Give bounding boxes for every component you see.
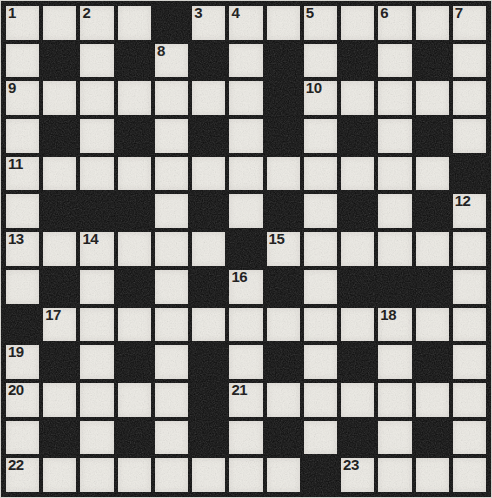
black-cell-r8c8 — [267, 270, 300, 304]
clue-number-12: 12 — [455, 193, 471, 209]
black-cell-r6c3 — [80, 194, 113, 228]
white-cell-r8c7[interactable]: 16 — [229, 270, 262, 304]
crossword-board: 1234567891011121314151617181920212223 — [0, 0, 492, 498]
white-cell-r12c7[interactable] — [229, 421, 262, 455]
black-cell-r12c12 — [416, 421, 449, 455]
clue-number-20: 20 — [8, 382, 24, 398]
white-cell-r3c10[interactable] — [341, 81, 374, 115]
white-cell-r11c5[interactable] — [155, 383, 188, 417]
white-cell-r9c12[interactable] — [416, 308, 449, 342]
white-cell-r4c3[interactable] — [80, 119, 113, 153]
clue-number-2: 2 — [82, 5, 90, 21]
black-cell-r9c1 — [6, 308, 39, 342]
white-cell-r11c1[interactable]: 20 — [6, 383, 39, 417]
black-cell-r7c7 — [229, 232, 262, 266]
black-cell-r10c8 — [267, 345, 300, 379]
white-cell-r4c5[interactable] — [155, 119, 188, 153]
black-cell-r4c2 — [43, 119, 76, 153]
white-cell-r4c7[interactable] — [229, 119, 262, 153]
white-cell-r1c3[interactable]: 2 — [80, 6, 113, 40]
white-cell-r13c13[interactable] — [453, 458, 486, 492]
black-cell-r4c8 — [267, 119, 300, 153]
white-cell-r1c6[interactable]: 3 — [192, 6, 225, 40]
black-cell-r11c6 — [192, 383, 225, 417]
white-cell-r5c12[interactable] — [416, 157, 449, 191]
clue-number-13: 13 — [8, 231, 24, 247]
white-cell-r6c1[interactable] — [6, 194, 39, 228]
black-cell-r8c12 — [416, 270, 449, 304]
black-cell-r2c6 — [192, 44, 225, 78]
black-cell-r2c2 — [43, 44, 76, 78]
black-cell-r10c6 — [192, 345, 225, 379]
white-cell-r11c9[interactable] — [304, 383, 337, 417]
white-cell-r9c13[interactable] — [453, 308, 486, 342]
white-cell-r7c9[interactable] — [304, 232, 337, 266]
white-cell-r5c8[interactable] — [267, 157, 300, 191]
black-cell-r3c8 — [267, 81, 300, 115]
black-cell-r6c8 — [267, 194, 300, 228]
black-cell-r12c8 — [267, 421, 300, 455]
white-cell-r9c3[interactable] — [80, 308, 113, 342]
black-cell-r4c12 — [416, 119, 449, 153]
white-cell-r12c1[interactable] — [6, 421, 39, 455]
white-cell-r8c13[interactable] — [453, 270, 486, 304]
clue-number-7: 7 — [455, 5, 463, 21]
clue-number-15: 15 — [269, 231, 285, 247]
clue-number-21: 21 — [231, 382, 247, 398]
white-cell-r5c11[interactable] — [378, 157, 411, 191]
black-cell-r6c6 — [192, 194, 225, 228]
white-cell-r3c5[interactable] — [155, 81, 188, 115]
white-cell-r7c2[interactable] — [43, 232, 76, 266]
white-cell-r7c4[interactable] — [118, 232, 151, 266]
white-cell-r1c9[interactable]: 5 — [304, 6, 337, 40]
clue-number-18: 18 — [380, 307, 396, 323]
white-cell-r13c11[interactable] — [378, 458, 411, 492]
white-cell-r12c9[interactable] — [304, 421, 337, 455]
white-cell-r3c7[interactable] — [229, 81, 262, 115]
black-cell-r4c6 — [192, 119, 225, 153]
white-cell-r8c1[interactable] — [6, 270, 39, 304]
clue-number-17: 17 — [45, 307, 61, 323]
crossword-page: { "game": "crossword", "title": "Crosswo… — [0, 0, 492, 498]
white-cell-r11c4[interactable] — [118, 383, 151, 417]
clue-number-19: 19 — [8, 344, 24, 360]
white-cell-r13c5[interactable] — [155, 458, 188, 492]
white-cell-r5c9[interactable] — [304, 157, 337, 191]
black-cell-r8c2 — [43, 270, 76, 304]
black-cell-r12c4 — [118, 421, 151, 455]
white-cell-r2c11[interactable] — [378, 44, 411, 78]
white-cell-r5c10[interactable] — [341, 157, 374, 191]
black-cell-r2c12 — [416, 44, 449, 78]
white-cell-r3c6[interactable] — [192, 81, 225, 115]
clue-number-23: 23 — [343, 457, 359, 473]
white-cell-r3c11[interactable] — [378, 81, 411, 115]
black-cell-r6c10 — [341, 194, 374, 228]
black-cell-r8c10 — [341, 270, 374, 304]
black-cell-r6c12 — [416, 194, 449, 228]
black-cell-r4c10 — [341, 119, 374, 153]
white-cell-r4c1[interactable] — [6, 119, 39, 153]
white-cell-r11c3[interactable] — [80, 383, 113, 417]
white-cell-r6c13[interactable]: 12 — [453, 194, 486, 228]
white-cell-r6c5[interactable] — [155, 194, 188, 228]
white-cell-r4c11[interactable] — [378, 119, 411, 153]
white-cell-r9c10[interactable] — [341, 308, 374, 342]
black-cell-r10c4 — [118, 345, 151, 379]
white-cell-r10c9[interactable] — [304, 345, 337, 379]
white-cell-r3c4[interactable] — [118, 81, 151, 115]
white-cell-r7c10[interactable] — [341, 232, 374, 266]
white-cell-r3c12[interactable] — [416, 81, 449, 115]
white-cell-r7c13[interactable] — [453, 232, 486, 266]
white-cell-r2c7[interactable] — [229, 44, 262, 78]
black-cell-r10c12 — [416, 345, 449, 379]
white-cell-r7c12[interactable] — [416, 232, 449, 266]
black-cell-r12c10 — [341, 421, 374, 455]
white-cell-r7c11[interactable] — [378, 232, 411, 266]
white-cell-r3c3[interactable] — [80, 81, 113, 115]
white-cell-r3c1[interactable]: 9 — [6, 81, 39, 115]
white-cell-r11c7[interactable]: 21 — [229, 383, 262, 417]
white-cell-r9c5[interactable] — [155, 308, 188, 342]
white-cell-r1c12[interactable] — [416, 6, 449, 40]
white-cell-r5c4[interactable] — [118, 157, 151, 191]
clue-number-9: 9 — [8, 80, 16, 96]
white-cell-r2c13[interactable] — [453, 44, 486, 78]
white-cell-r6c7[interactable] — [229, 194, 262, 228]
white-cell-r10c5[interactable] — [155, 345, 188, 379]
clue-number-16: 16 — [231, 269, 247, 285]
white-cell-r1c10[interactable] — [341, 6, 374, 40]
white-cell-r12c11[interactable] — [378, 421, 411, 455]
clue-number-10: 10 — [306, 80, 322, 96]
white-cell-r5c5[interactable] — [155, 157, 188, 191]
white-cell-r7c5[interactable] — [155, 232, 188, 266]
white-cell-r9c6[interactable] — [192, 308, 225, 342]
black-cell-r12c2 — [43, 421, 76, 455]
white-cell-r1c8[interactable] — [267, 6, 300, 40]
clue-number-22: 22 — [8, 457, 24, 473]
white-cell-r10c11[interactable] — [378, 345, 411, 379]
black-cell-r10c2 — [43, 345, 76, 379]
white-cell-r2c9[interactable] — [304, 44, 337, 78]
white-cell-r7c3[interactable]: 14 — [80, 232, 113, 266]
white-cell-r13c12[interactable] — [416, 458, 449, 492]
white-cell-r13c10[interactable]: 23 — [341, 458, 374, 492]
white-cell-r1c13[interactable]: 7 — [453, 6, 486, 40]
white-cell-r1c1[interactable]: 1 — [6, 6, 39, 40]
white-cell-r10c1[interactable]: 19 — [6, 345, 39, 379]
black-cell-r8c6 — [192, 270, 225, 304]
black-cell-r5c13 — [453, 157, 486, 191]
white-cell-r13c4[interactable] — [118, 458, 151, 492]
white-cell-r2c1[interactable] — [6, 44, 39, 78]
white-cell-r13c6[interactable] — [192, 458, 225, 492]
white-cell-r8c9[interactable] — [304, 270, 337, 304]
white-cell-r1c4[interactable] — [118, 6, 151, 40]
white-cell-r5c3[interactable] — [80, 157, 113, 191]
white-cell-r5c7[interactable] — [229, 157, 262, 191]
white-cell-r9c8[interactable] — [267, 308, 300, 342]
white-cell-r11c10[interactable] — [341, 383, 374, 417]
white-cell-r5c6[interactable] — [192, 157, 225, 191]
clue-number-1: 1 — [8, 5, 16, 21]
white-cell-r8c3[interactable] — [80, 270, 113, 304]
black-cell-r13c9 — [304, 458, 337, 492]
white-cell-r1c7[interactable]: 4 — [229, 6, 262, 40]
white-cell-r13c7[interactable] — [229, 458, 262, 492]
white-cell-r1c11[interactable]: 6 — [378, 6, 411, 40]
black-cell-r10c10 — [341, 345, 374, 379]
black-cell-r12c6 — [192, 421, 225, 455]
white-cell-r6c9[interactable] — [304, 194, 337, 228]
white-cell-r6c11[interactable] — [378, 194, 411, 228]
white-cell-r12c3[interactable] — [80, 421, 113, 455]
clue-number-4: 4 — [231, 5, 239, 21]
white-cell-r4c13[interactable] — [453, 119, 486, 153]
black-cell-r6c4 — [118, 194, 151, 228]
white-cell-r2c3[interactable] — [80, 44, 113, 78]
white-cell-r13c3[interactable] — [80, 458, 113, 492]
white-cell-r13c8[interactable] — [267, 458, 300, 492]
black-cell-r4c4 — [118, 119, 151, 153]
white-cell-r9c4[interactable] — [118, 308, 151, 342]
white-cell-r11c2[interactable] — [43, 383, 76, 417]
white-cell-r12c5[interactable] — [155, 421, 188, 455]
white-cell-r3c9[interactable]: 10 — [304, 81, 337, 115]
white-cell-r7c8[interactable]: 15 — [267, 232, 300, 266]
white-cell-r9c11[interactable]: 18 — [378, 308, 411, 342]
white-cell-r10c7[interactable] — [229, 345, 262, 379]
white-cell-r11c12[interactable] — [416, 383, 449, 417]
white-cell-r7c1[interactable]: 13 — [6, 232, 39, 266]
black-cell-r8c11 — [378, 270, 411, 304]
white-cell-r7c6[interactable] — [192, 232, 225, 266]
white-cell-r9c2[interactable]: 17 — [43, 308, 76, 342]
white-cell-r11c8[interactable] — [267, 383, 300, 417]
white-cell-r9c9[interactable] — [304, 308, 337, 342]
black-cell-r2c8 — [267, 44, 300, 78]
white-cell-r1c2[interactable] — [43, 6, 76, 40]
white-cell-r12c13[interactable] — [453, 421, 486, 455]
white-cell-r10c3[interactable] — [80, 345, 113, 379]
black-cell-r6c2 — [43, 194, 76, 228]
black-cell-r2c4 — [118, 44, 151, 78]
white-cell-r13c2[interactable] — [43, 458, 76, 492]
clue-number-11: 11 — [8, 156, 23, 172]
clue-number-6: 6 — [380, 5, 388, 21]
clue-number-14: 14 — [82, 231, 98, 247]
white-cell-r13c1[interactable]: 22 — [6, 458, 39, 492]
white-cell-r9c7[interactable] — [229, 308, 262, 342]
white-cell-r11c11[interactable] — [378, 383, 411, 417]
white-cell-r3c2[interactable] — [43, 81, 76, 115]
white-cell-r2c5[interactable]: 8 — [155, 44, 188, 78]
black-cell-r2c10 — [341, 44, 374, 78]
white-cell-r4c9[interactable] — [304, 119, 337, 153]
white-cell-r5c1[interactable]: 11 — [6, 157, 39, 191]
black-cell-r8c4 — [118, 270, 151, 304]
clue-number-5: 5 — [306, 5, 314, 21]
clue-number-3: 3 — [194, 5, 202, 21]
white-cell-r10c13[interactable] — [453, 345, 486, 379]
white-cell-r3c13[interactable] — [453, 81, 486, 115]
clue-number-8: 8 — [157, 43, 165, 59]
white-cell-r11c13[interactable] — [453, 383, 486, 417]
black-cell-r1c5 — [155, 6, 188, 40]
white-cell-r5c2[interactable] — [43, 157, 76, 191]
white-cell-r8c5[interactable] — [155, 270, 188, 304]
